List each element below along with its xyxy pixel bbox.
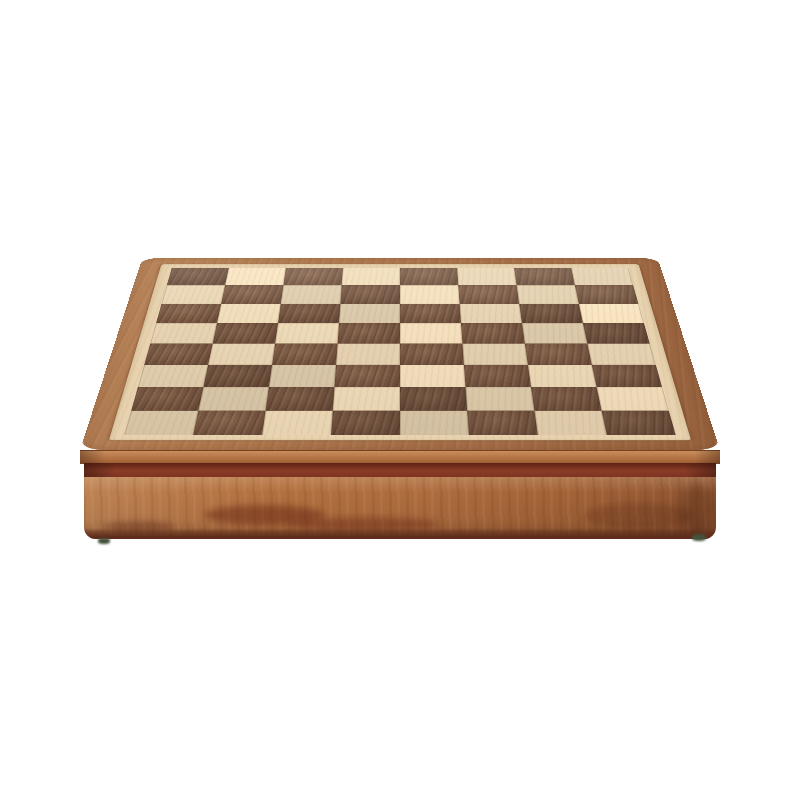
square-g7 [517,285,579,304]
board-top [80,258,720,450]
square-c2 [266,387,335,410]
square-c6 [278,304,340,323]
chessboard-box-photo [0,0,800,800]
square-d3 [334,365,400,387]
square-e1 [400,411,469,436]
box-lid-gap [84,463,716,477]
square-e8 [400,268,458,286]
felt-speck-left [98,538,110,544]
square-a4 [144,344,212,365]
square-e2 [400,387,467,410]
square-e4 [400,344,464,365]
square-g6 [519,304,583,323]
square-e7 [400,285,460,304]
square-c8 [283,268,343,286]
square-g1 [534,411,606,436]
square-g3 [528,365,597,387]
square-f5 [461,323,525,343]
square-e6 [400,304,461,323]
square-h4 [587,344,655,365]
square-g2 [531,387,602,410]
square-d5 [338,323,400,343]
square-c4 [272,344,337,365]
square-h6 [579,304,644,323]
square-b6 [217,304,281,323]
box-front [84,477,716,539]
square-a1 [124,411,198,436]
square-h7 [575,285,639,304]
square-d2 [333,387,400,410]
square-b2 [198,387,269,410]
square-b4 [208,344,275,365]
square-a2 [131,387,203,410]
square-a5 [150,323,217,343]
chess-board [124,268,676,436]
square-h3 [592,365,662,387]
box-bottom-shadow [84,528,716,539]
board-inlay-border [109,264,691,440]
square-f1 [467,411,538,436]
square-d4 [336,344,400,365]
square-a8 [167,268,229,286]
lid-front-edge [80,450,720,464]
square-g4 [525,344,592,365]
wood-stain [584,503,694,529]
square-b1 [193,411,265,436]
square-b3 [203,365,272,387]
square-a7 [162,285,226,304]
square-h1 [602,411,676,436]
square-d1 [331,411,400,436]
square-f7 [458,285,519,304]
square-a6 [156,304,221,323]
square-a3 [138,365,208,387]
square-c1 [262,411,333,436]
square-h8 [571,268,633,286]
square-d6 [339,304,400,323]
square-f2 [466,387,535,410]
board-frame [80,258,720,450]
square-b5 [213,323,278,343]
square-d8 [342,268,400,286]
square-b7 [221,285,283,304]
felt-speck-right [692,534,706,541]
square-g5 [522,323,587,343]
square-d7 [340,285,400,304]
square-b8 [225,268,286,286]
square-c7 [281,285,342,304]
square-h2 [597,387,669,410]
square-h5 [583,323,650,343]
square-e5 [400,323,462,343]
square-f6 [460,304,522,323]
square-g8 [514,268,575,286]
square-f8 [457,268,517,286]
square-e3 [400,365,466,387]
square-f4 [462,344,527,365]
square-c5 [275,323,339,343]
square-f3 [464,365,531,387]
square-c3 [269,365,336,387]
